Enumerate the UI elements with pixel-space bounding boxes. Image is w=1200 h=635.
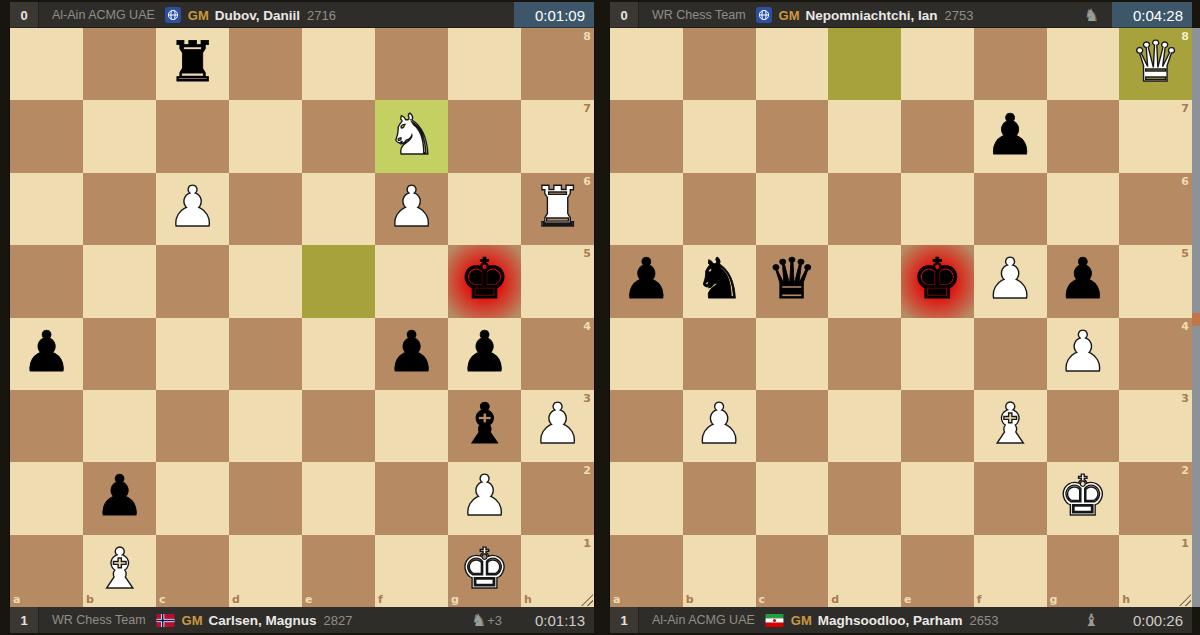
rank-label-7: 7 (1181, 102, 1189, 115)
square-g7[interactable] (448, 100, 521, 172)
square-e6[interactable] (901, 173, 974, 245)
square-e7[interactable] (302, 100, 375, 172)
file-label-c: c (759, 593, 766, 606)
file-label-b: b (86, 593, 94, 606)
square-g5[interactable]: ♚ (448, 245, 521, 317)
player-title: GM (188, 8, 209, 23)
square-f5[interactable] (375, 245, 448, 317)
square-h8[interactable]: 8 (521, 28, 594, 100)
square-b8[interactable] (683, 28, 756, 100)
square-a4[interactable] (610, 318, 683, 390)
square-d7[interactable] (828, 100, 901, 172)
knight-icon: ♞ (1084, 7, 1099, 24)
square-d7[interactable] (229, 100, 302, 172)
square-g3[interactable]: ♝ (448, 390, 521, 462)
square-h6[interactable]: 6 (1119, 173, 1192, 245)
square-d6[interactable] (828, 173, 901, 245)
square-c7[interactable] (756, 100, 829, 172)
white-rook: ♜ (532, 179, 582, 235)
square-c1[interactable]: c (756, 535, 829, 607)
square-f6[interactable] (974, 173, 1047, 245)
square-b2[interactable] (683, 462, 756, 534)
white-pawn: ♟ (532, 396, 582, 452)
square-h5[interactable]: 5 (521, 245, 594, 317)
player-title: GM (791, 613, 812, 628)
scrollbar-marker (1192, 313, 1200, 326)
rank-label-8: 8 (583, 30, 591, 43)
white-pawn: ♟ (459, 468, 509, 524)
square-c5[interactable] (156, 245, 229, 317)
square-f5[interactable]: ♟ (974, 245, 1047, 317)
rank-label-7: 7 (583, 102, 591, 115)
square-f7[interactable]: ♞ (375, 100, 448, 172)
player-name: Dubov, Daniil (215, 8, 300, 23)
square-f6[interactable]: ♟ (375, 173, 448, 245)
file-label-g: g (451, 593, 459, 606)
player-bar-bottom-right: 1 Al-Ain ACMG UAE GM Maghsoodloo, Parham… (610, 607, 1192, 633)
square-a6[interactable] (10, 173, 83, 245)
square-h5[interactable]: 5 (1119, 245, 1192, 317)
white-pawn: ♟ (694, 396, 744, 452)
square-d8[interactable] (828, 28, 901, 100)
square-b4[interactable] (683, 318, 756, 390)
square-e4[interactable] (901, 318, 974, 390)
square-c6[interactable] (756, 173, 829, 245)
team-name: Al-Ain ACMG UAE (652, 613, 755, 627)
rank-label-4: 4 (1181, 320, 1189, 333)
square-b2[interactable]: ♟ (83, 462, 156, 534)
square-d5[interactable] (828, 245, 901, 317)
square-g1[interactable]: ♚g (448, 535, 521, 607)
player-name: Maghsoodloo, Parham (818, 613, 963, 628)
square-h6[interactable]: ♜6 (521, 173, 594, 245)
player-rating: 2716 (307, 8, 336, 23)
player-name: Carlsen, Magnus (209, 613, 317, 628)
square-g5[interactable]: ♟ (1047, 245, 1120, 317)
square-h3[interactable]: 3 (1119, 390, 1192, 462)
white-pawn: ♟ (985, 251, 1035, 307)
square-f8[interactable] (974, 28, 1047, 100)
player-bar-bottom-left: 1 WR Chess Team GM Carlsen, Magnus 2827 … (10, 607, 594, 633)
square-h1[interactable]: h1 (521, 535, 594, 607)
black-pawn: ♟ (985, 107, 1035, 163)
square-h2[interactable]: 2 (1119, 462, 1192, 534)
match-score: 1 (10, 607, 39, 633)
rank-label-6: 6 (583, 175, 591, 188)
square-a7[interactable] (10, 100, 83, 172)
square-g8[interactable] (448, 28, 521, 100)
square-e3[interactable] (302, 390, 375, 462)
player-title: GM (779, 8, 800, 23)
player-rating: 2827 (324, 613, 353, 628)
square-e2[interactable] (302, 462, 375, 534)
file-label-e: e (904, 593, 911, 606)
square-g7[interactable] (1047, 100, 1120, 172)
square-h7[interactable]: 7 (1119, 100, 1192, 172)
square-h1[interactable]: h1 (1119, 535, 1192, 607)
player-bar-top-left: 0 Al-Ain ACMG UAE GM Dubov, Daniil 2716 … (10, 2, 594, 28)
square-e7[interactable] (901, 100, 974, 172)
square-h7[interactable]: 7 (521, 100, 594, 172)
square-d1[interactable]: d (229, 535, 302, 607)
square-e8[interactable] (901, 28, 974, 100)
square-e8[interactable] (302, 28, 375, 100)
square-f3[interactable]: ♝ (974, 390, 1047, 462)
square-e4[interactable] (302, 318, 375, 390)
square-b5[interactable]: ♞ (683, 245, 756, 317)
team-name: Al-Ain ACMG UAE (52, 8, 155, 22)
square-h4[interactable]: 4 (1119, 318, 1192, 390)
black-pawn: ♟ (21, 324, 71, 380)
square-e1[interactable]: e (302, 535, 375, 607)
square-d4[interactable] (229, 318, 302, 390)
white-king: ♚ (1058, 468, 1108, 524)
black-queen: ♛ (767, 251, 817, 307)
square-a2[interactable] (610, 462, 683, 534)
file-label-g: g (1050, 593, 1058, 606)
knight-icon: ♞ (471, 612, 486, 629)
fide-flag-icon (756, 7, 772, 23)
square-c2[interactable] (156, 462, 229, 534)
square-c8[interactable]: ♜ (156, 28, 229, 100)
black-pawn: ♟ (94, 468, 144, 524)
square-h2[interactable]: 2 (521, 462, 594, 534)
black-rook: ♜ (167, 34, 217, 90)
square-e6[interactable] (302, 173, 375, 245)
square-d1[interactable]: d (828, 535, 901, 607)
square-c2[interactable] (756, 462, 829, 534)
clock: 0:04:28 (1112, 2, 1192, 28)
square-g2[interactable]: ♟ (448, 462, 521, 534)
black-king: ♚ (459, 251, 509, 307)
match-score: 1 (610, 607, 639, 633)
black-pawn: ♟ (386, 324, 436, 380)
square-b5[interactable] (83, 245, 156, 317)
square-a8[interactable] (610, 28, 683, 100)
square-g6[interactable] (1047, 173, 1120, 245)
square-e2[interactable] (901, 462, 974, 534)
white-knight: ♞ (386, 107, 436, 163)
square-h3[interactable]: ♟3 (521, 390, 594, 462)
square-f1[interactable]: f (974, 535, 1047, 607)
square-g3[interactable] (1047, 390, 1120, 462)
material-count: +3 (487, 613, 502, 628)
player-name: Nepomniachtchi, Ian (806, 8, 938, 23)
black-king: ♚ (912, 251, 962, 307)
square-e3[interactable] (901, 390, 974, 462)
square-f2[interactable] (974, 462, 1047, 534)
square-c3[interactable] (756, 390, 829, 462)
square-e1[interactable]: e (901, 535, 974, 607)
square-b1[interactable]: b (683, 535, 756, 607)
file-label-d: d (831, 593, 839, 606)
square-d5[interactable] (229, 245, 302, 317)
square-d3[interactable] (229, 390, 302, 462)
rank-label-3: 3 (1181, 392, 1189, 405)
file-label-h: h (1122, 593, 1130, 606)
square-d4[interactable] (828, 318, 901, 390)
square-c6[interactable]: ♟ (156, 173, 229, 245)
square-a2[interactable] (10, 462, 83, 534)
square-b6[interactable] (83, 173, 156, 245)
square-c5[interactable]: ♛ (756, 245, 829, 317)
rank-label-2: 2 (1181, 464, 1189, 477)
square-d6[interactable] (229, 173, 302, 245)
material-diff: ♞ +3 (471, 612, 502, 629)
clock: 0:01:09 (514, 2, 594, 28)
chess-board-right: ♛8♟76♟♞♛♚♟♟5♟4♟♝3♚2abcdefgh1 (610, 28, 1192, 607)
black-knight: ♞ (694, 251, 744, 307)
player-rating: 2653 (970, 613, 999, 628)
square-f3[interactable] (375, 390, 448, 462)
file-label-a: a (613, 593, 620, 606)
white-pawn: ♟ (386, 179, 436, 235)
team-name: WR Chess Team (652, 8, 746, 22)
fide-flag-icon (165, 7, 181, 23)
square-a5[interactable] (10, 245, 83, 317)
square-f7[interactable]: ♟ (974, 100, 1047, 172)
player-rating: 2753 (945, 8, 974, 23)
square-c7[interactable] (156, 100, 229, 172)
square-a3[interactable] (610, 390, 683, 462)
square-h4[interactable]: 4 (521, 318, 594, 390)
square-b3[interactable] (83, 390, 156, 462)
white-pawn: ♟ (167, 179, 217, 235)
rank-label-3: 3 (583, 392, 591, 405)
square-c4[interactable] (156, 318, 229, 390)
rank-label-1: 1 (1181, 537, 1189, 550)
square-b3[interactable]: ♟ (683, 390, 756, 462)
rank-label-5: 5 (1181, 247, 1189, 260)
square-f8[interactable] (375, 28, 448, 100)
scrollbar[interactable] (1192, 28, 1200, 607)
file-label-b: b (686, 593, 694, 606)
rank-label-8: 8 (1181, 30, 1189, 43)
square-a1[interactable]: a (10, 535, 83, 607)
clock: 0:01:13 (514, 607, 594, 633)
square-e5[interactable] (302, 245, 375, 317)
black-bishop: ♝ (459, 396, 509, 452)
square-g6[interactable] (448, 173, 521, 245)
file-label-a: a (13, 593, 20, 606)
black-pawn: ♟ (459, 324, 509, 380)
square-f4[interactable]: ♟ (375, 318, 448, 390)
clock: 0:00:26 (1112, 607, 1192, 633)
file-label-f: f (977, 593, 982, 606)
square-d3[interactable] (828, 390, 901, 462)
rank-label-2: 2 (583, 464, 591, 477)
square-d8[interactable] (229, 28, 302, 100)
square-a3[interactable] (10, 390, 83, 462)
white-bishop: ♝ (94, 541, 144, 597)
square-c3[interactable] (156, 390, 229, 462)
white-king: ♚ (459, 541, 509, 597)
white-queen: ♛ (1131, 34, 1181, 90)
white-pawn: ♟ (1058, 324, 1108, 380)
file-label-e: e (305, 593, 312, 606)
square-b4[interactable] (83, 318, 156, 390)
square-c4[interactable] (756, 318, 829, 390)
white-bishop: ♝ (985, 396, 1035, 452)
match-score: 0 (10, 2, 39, 28)
square-f2[interactable] (375, 462, 448, 534)
square-d2[interactable] (828, 462, 901, 534)
square-e5[interactable]: ♚ (901, 245, 974, 317)
square-g4[interactable]: ♟ (1047, 318, 1120, 390)
square-b7[interactable] (83, 100, 156, 172)
rank-label-1: 1 (583, 537, 591, 550)
match-score: 0 (610, 2, 639, 28)
file-label-f: f (378, 593, 383, 606)
square-a4[interactable]: ♟ (10, 318, 83, 390)
material-diff: ♞ (1084, 7, 1100, 24)
material-diff: ♝ (1084, 612, 1100, 629)
square-a1[interactable]: a (610, 535, 683, 607)
square-a6[interactable] (610, 173, 683, 245)
square-c8[interactable] (756, 28, 829, 100)
square-b6[interactable] (683, 173, 756, 245)
bishop-icon: ♝ (1084, 612, 1099, 629)
square-g1[interactable]: g (1047, 535, 1120, 607)
team-name: WR Chess Team (52, 613, 146, 627)
square-g4[interactable]: ♟ (448, 318, 521, 390)
rank-label-6: 6 (1181, 175, 1189, 188)
square-a5[interactable]: ♟ (610, 245, 683, 317)
square-f4[interactable] (974, 318, 1047, 390)
black-pawn: ♟ (1058, 251, 1108, 307)
square-f1[interactable]: f (375, 535, 448, 607)
broadcast-app: 0 Al-Ain ACMG UAE GM Dubov, Daniil 2716 … (0, 0, 1200, 635)
square-g8[interactable] (1047, 28, 1120, 100)
square-b7[interactable] (683, 100, 756, 172)
file-label-d: d (232, 593, 240, 606)
file-label-c: c (159, 593, 166, 606)
player-title: GM (182, 613, 203, 628)
black-pawn: ♟ (621, 251, 671, 307)
square-a8[interactable] (10, 28, 83, 100)
square-b1[interactable]: ♝b (83, 535, 156, 607)
square-h8[interactable]: ♛8 (1119, 28, 1192, 100)
square-c1[interactable]: c (156, 535, 229, 607)
norway-flag-icon (156, 614, 175, 627)
player-bar-top-right: 0 WR Chess Team GM Nepomniachtchi, Ian 2… (610, 2, 1192, 28)
square-d2[interactable] (229, 462, 302, 534)
rank-label-5: 5 (583, 247, 591, 260)
rank-label-4: 4 (583, 320, 591, 333)
iran-flag-icon (765, 614, 784, 627)
chess-board-left: ♜8♞7♟♟♜6♚5♟♟♟4♝♟3♟♟2a♝bcdef♚gh1 (10, 28, 594, 607)
square-g2[interactable]: ♚ (1047, 462, 1120, 534)
square-b8[interactable] (83, 28, 156, 100)
square-a7[interactable] (610, 100, 683, 172)
file-label-h: h (524, 593, 532, 606)
